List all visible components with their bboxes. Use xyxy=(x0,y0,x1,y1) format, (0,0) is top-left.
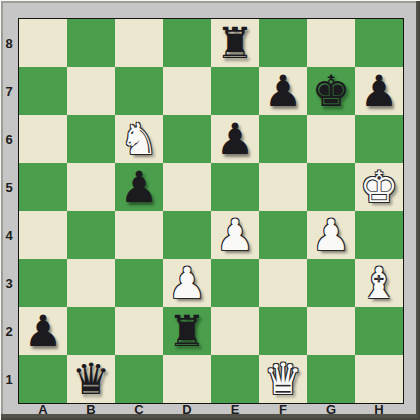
rank-label-7: 7 xyxy=(0,67,18,115)
square-d3[interactable]: ♟ xyxy=(163,259,211,307)
rank-label-1: 1 xyxy=(0,355,18,403)
square-c6[interactable]: ♞ xyxy=(115,115,163,163)
square-c5[interactable]: ♟ xyxy=(115,163,163,211)
square-a7[interactable] xyxy=(19,67,67,115)
black-pawn-h7[interactable]: ♟ xyxy=(360,70,399,113)
square-f5[interactable] xyxy=(259,163,307,211)
square-a4[interactable] xyxy=(19,211,67,259)
square-a3[interactable] xyxy=(19,259,67,307)
square-a8[interactable] xyxy=(19,19,67,67)
square-f4[interactable] xyxy=(259,211,307,259)
square-f2[interactable] xyxy=(259,307,307,355)
file-label-b: B xyxy=(67,403,115,416)
chess-board: ♜♟♚♟♞♟♟♚♟♟♟♝♟♜♛♛ xyxy=(18,18,404,404)
square-h7[interactable]: ♟ xyxy=(355,67,403,115)
square-e5[interactable] xyxy=(211,163,259,211)
white-knight-c6[interactable]: ♞ xyxy=(120,118,159,161)
square-c8[interactable] xyxy=(115,19,163,67)
black-pawn-f7[interactable]: ♟ xyxy=(264,70,303,113)
square-h5[interactable]: ♚ xyxy=(355,163,403,211)
square-d2[interactable]: ♜ xyxy=(163,307,211,355)
square-b8[interactable] xyxy=(67,19,115,67)
square-c4[interactable] xyxy=(115,211,163,259)
square-a5[interactable] xyxy=(19,163,67,211)
black-pawn-a2[interactable]: ♟ xyxy=(24,310,63,353)
square-b2[interactable] xyxy=(67,307,115,355)
black-rook-d2[interactable]: ♜ xyxy=(168,310,207,353)
square-f3[interactable] xyxy=(259,259,307,307)
square-a1[interactable] xyxy=(19,355,67,403)
file-label-a: A xyxy=(19,403,67,416)
square-g4[interactable]: ♟ xyxy=(307,211,355,259)
square-f1[interactable]: ♛ xyxy=(259,355,307,403)
file-label-h: H xyxy=(355,403,403,416)
square-g1[interactable] xyxy=(307,355,355,403)
file-label-e: E xyxy=(211,403,259,416)
square-f6[interactable] xyxy=(259,115,307,163)
black-queen-b1[interactable]: ♛ xyxy=(72,358,111,401)
square-b7[interactable] xyxy=(67,67,115,115)
white-queen-f1[interactable]: ♛ xyxy=(264,358,303,401)
square-e4[interactable]: ♟ xyxy=(211,211,259,259)
square-f8[interactable] xyxy=(259,19,307,67)
rank-label-4: 4 xyxy=(0,211,18,259)
black-pawn-c5[interactable]: ♟ xyxy=(120,166,159,209)
square-g5[interactable] xyxy=(307,163,355,211)
white-king-h5[interactable]: ♚ xyxy=(360,166,399,209)
square-e3[interactable] xyxy=(211,259,259,307)
file-label-g: G xyxy=(307,403,355,416)
rank-label-3: 3 xyxy=(0,259,18,307)
square-f7[interactable]: ♟ xyxy=(259,67,307,115)
square-a2[interactable]: ♟ xyxy=(19,307,67,355)
square-d8[interactable] xyxy=(163,19,211,67)
square-b4[interactable] xyxy=(67,211,115,259)
square-e2[interactable] xyxy=(211,307,259,355)
square-d6[interactable] xyxy=(163,115,211,163)
square-b5[interactable] xyxy=(67,163,115,211)
square-g7[interactable]: ♚ xyxy=(307,67,355,115)
square-b3[interactable] xyxy=(67,259,115,307)
square-e6[interactable]: ♟ xyxy=(211,115,259,163)
white-pawn-e4[interactable]: ♟ xyxy=(216,214,255,257)
square-h8[interactable] xyxy=(355,19,403,67)
white-pawn-d3[interactable]: ♟ xyxy=(168,262,207,305)
square-h6[interactable] xyxy=(355,115,403,163)
square-c2[interactable] xyxy=(115,307,163,355)
square-c7[interactable] xyxy=(115,67,163,115)
square-g6[interactable] xyxy=(307,115,355,163)
square-d7[interactable] xyxy=(163,67,211,115)
black-king-g7[interactable]: ♚ xyxy=(312,70,351,113)
square-b6[interactable] xyxy=(67,115,115,163)
square-a6[interactable] xyxy=(19,115,67,163)
rank-label-8: 8 xyxy=(0,19,18,67)
square-h1[interactable] xyxy=(355,355,403,403)
white-pawn-g4[interactable]: ♟ xyxy=(312,214,351,257)
square-e1[interactable] xyxy=(211,355,259,403)
square-c1[interactable] xyxy=(115,355,163,403)
file-label-d: D xyxy=(163,403,211,416)
black-pawn-e6[interactable]: ♟ xyxy=(216,118,255,161)
square-g8[interactable] xyxy=(307,19,355,67)
file-labels: ABCDEFGH xyxy=(19,403,403,416)
file-label-f: F xyxy=(259,403,307,416)
rank-labels: 87654321 xyxy=(0,19,18,403)
square-d4[interactable] xyxy=(163,211,211,259)
rank-label-5: 5 xyxy=(0,163,18,211)
square-e7[interactable] xyxy=(211,67,259,115)
black-rook-e8[interactable]: ♜ xyxy=(216,22,255,65)
square-d1[interactable] xyxy=(163,355,211,403)
rank-label-2: 2 xyxy=(0,307,18,355)
file-label-c: C xyxy=(115,403,163,416)
white-bishop-h3[interactable]: ♝ xyxy=(360,262,399,305)
square-g3[interactable] xyxy=(307,259,355,307)
board-frame: 87654321 ♜♟♚♟♞♟♟♚♟♟♟♝♟♜♛♛ ABCDEFGH xyxy=(0,0,420,420)
rank-label-6: 6 xyxy=(0,115,18,163)
square-b1[interactable]: ♛ xyxy=(67,355,115,403)
square-d5[interactable] xyxy=(163,163,211,211)
square-h4[interactable] xyxy=(355,211,403,259)
square-h2[interactable] xyxy=(355,307,403,355)
square-g2[interactable] xyxy=(307,307,355,355)
square-h3[interactable]: ♝ xyxy=(355,259,403,307)
square-e8[interactable]: ♜ xyxy=(211,19,259,67)
square-c3[interactable] xyxy=(115,259,163,307)
